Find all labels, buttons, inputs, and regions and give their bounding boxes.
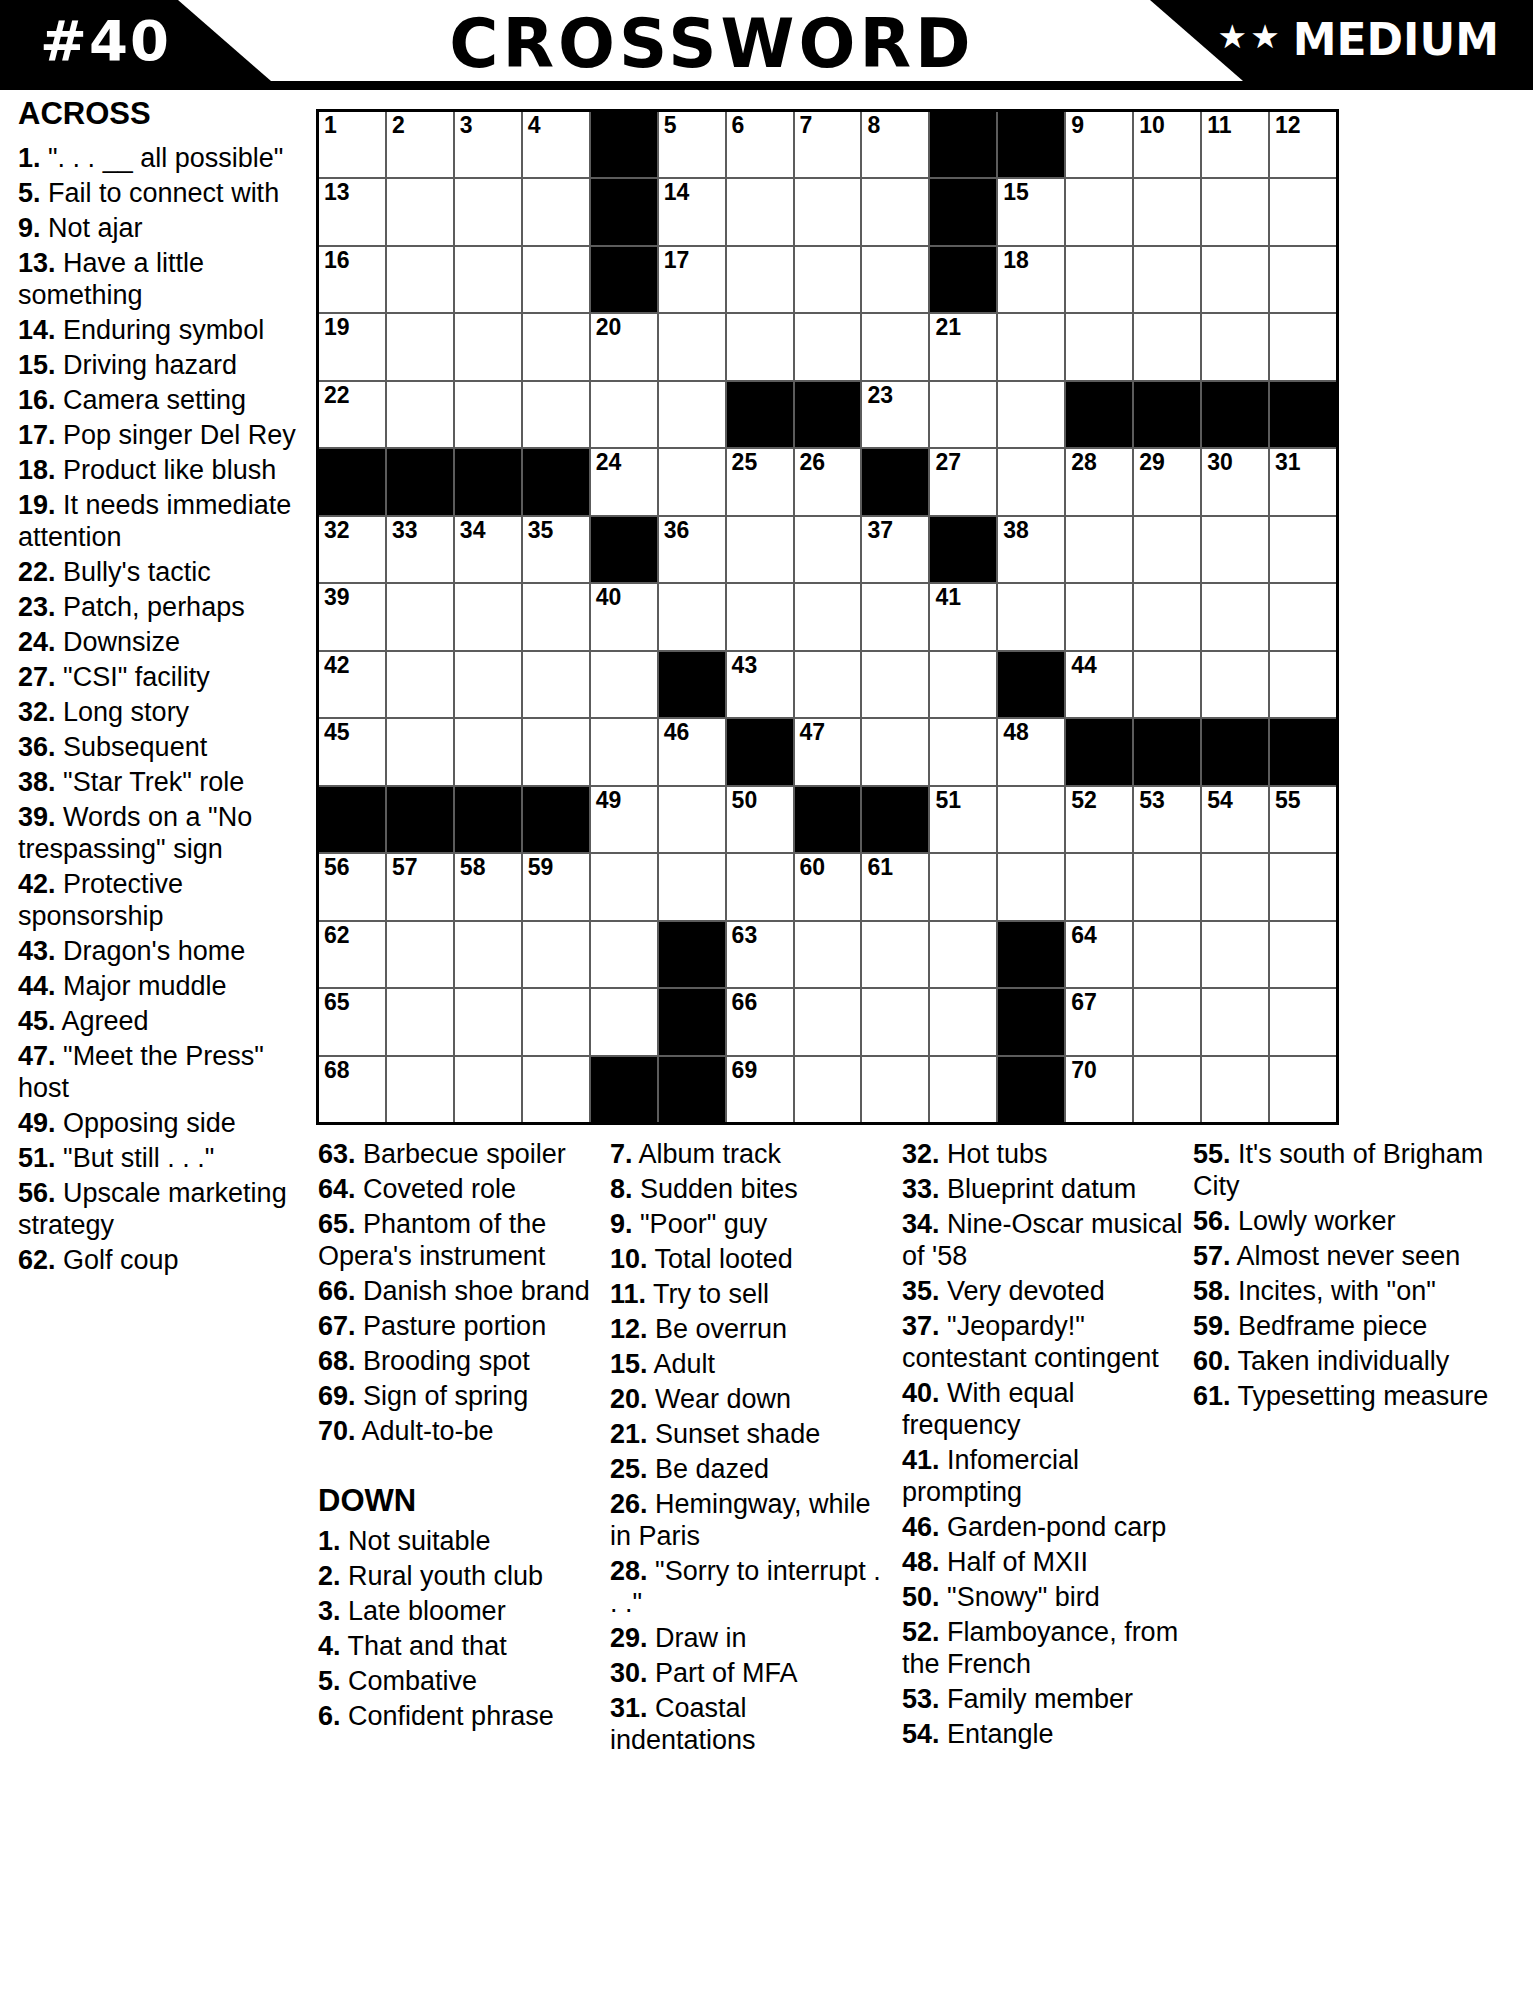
grid-cell-r7c3[interactable]: 34 bbox=[455, 517, 521, 582]
clue-across-43: 43. Dragon's home bbox=[18, 935, 313, 967]
black-cell-r1c5 bbox=[591, 112, 657, 177]
grid-cell-r14c1[interactable]: 65 bbox=[319, 989, 385, 1054]
grid-cell-r2c7[interactable] bbox=[727, 179, 793, 244]
grid-cell-r1c4[interactable]: 4 bbox=[523, 112, 589, 177]
grid-cell-r6c13[interactable]: 29 bbox=[1134, 449, 1200, 514]
grid-cell-r13c15[interactable] bbox=[1270, 922, 1336, 987]
grid-cell-r4c4[interactable] bbox=[523, 314, 589, 379]
grid-cell-r11c12[interactable]: 52 bbox=[1066, 787, 1132, 852]
grid-cell-r1c7[interactable]: 6 bbox=[727, 112, 793, 177]
cell-number-43: 43 bbox=[732, 653, 758, 678]
clue-number: 6. bbox=[318, 1701, 341, 1731]
grid-cell-r2c2[interactable] bbox=[387, 179, 453, 244]
grid-cell-r12c2[interactable]: 57 bbox=[387, 854, 453, 919]
cell-number-51: 51 bbox=[935, 788, 961, 813]
grid-cell-r8c5[interactable]: 40 bbox=[591, 584, 657, 649]
grid-cell-r10c9[interactable] bbox=[862, 719, 928, 784]
grid-cell-r7c7[interactable] bbox=[727, 517, 793, 582]
grid-cell-r14c15[interactable] bbox=[1270, 989, 1336, 1054]
grid-cell-r8c14[interactable] bbox=[1202, 584, 1268, 649]
clue-number: 70. bbox=[318, 1416, 356, 1446]
cell-number-66: 66 bbox=[732, 990, 758, 1015]
grid-cell-r6c7[interactable]: 25 bbox=[727, 449, 793, 514]
cell-number-59: 59 bbox=[528, 855, 554, 880]
grid-cell-r9c2[interactable] bbox=[387, 652, 453, 717]
clue-down-60: 60. Taken individually bbox=[1193, 1345, 1498, 1377]
grid-cell-r4c10[interactable]: 21 bbox=[930, 314, 996, 379]
black-cell-r7c5 bbox=[591, 517, 657, 582]
grid-cell-r1c14[interactable]: 11 bbox=[1202, 112, 1268, 177]
cell-number-9: 9 bbox=[1071, 113, 1084, 138]
grid-cell-r8c12[interactable] bbox=[1066, 584, 1132, 649]
grid-cell-r14c8[interactable] bbox=[795, 989, 861, 1054]
grid-cell-r1c13[interactable]: 10 bbox=[1134, 112, 1200, 177]
cell-number-49: 49 bbox=[596, 788, 622, 813]
clue-number: 36. bbox=[18, 732, 56, 762]
grid-cell-r13c8[interactable] bbox=[795, 922, 861, 987]
grid-cell-r2c8[interactable] bbox=[795, 179, 861, 244]
cell-number-8: 8 bbox=[867, 113, 880, 138]
grid-cell-r4c7[interactable] bbox=[727, 314, 793, 379]
grid-cell-r6c6[interactable] bbox=[659, 449, 725, 514]
clue-across-62: 62. Golf coup bbox=[18, 1244, 313, 1276]
grid-cell-r5c6[interactable] bbox=[659, 382, 725, 447]
black-cell-r10c15 bbox=[1270, 719, 1336, 784]
black-cell-r5c12 bbox=[1066, 382, 1132, 447]
black-cell-r6c9 bbox=[862, 449, 928, 514]
grid-cell-r14c14[interactable] bbox=[1202, 989, 1268, 1054]
grid-cell-r3c3[interactable] bbox=[455, 247, 521, 312]
grid-cell-r15c15[interactable] bbox=[1270, 1057, 1336, 1122]
black-cell-r11c1 bbox=[319, 787, 385, 852]
cell-number-7: 7 bbox=[800, 113, 813, 138]
cell-number-1: 1 bbox=[324, 113, 337, 138]
grid-cell-r9c10[interactable] bbox=[930, 652, 996, 717]
black-cell-r7c10 bbox=[930, 517, 996, 582]
grid-cell-r7c13[interactable] bbox=[1134, 517, 1200, 582]
grid-cell-r11c15[interactable]: 55 bbox=[1270, 787, 1336, 852]
grid-cell-r15c9[interactable] bbox=[862, 1057, 928, 1122]
grid-cell-r13c4[interactable] bbox=[523, 922, 589, 987]
grid-cell-r8c2[interactable] bbox=[387, 584, 453, 649]
clue-across-51: 51. "But still . . ." bbox=[18, 1142, 313, 1174]
grid-cell-r12c12[interactable] bbox=[1066, 854, 1132, 919]
cell-number-20: 20 bbox=[596, 315, 622, 340]
grid-cell-r7c14[interactable] bbox=[1202, 517, 1268, 582]
cell-number-10: 10 bbox=[1139, 113, 1165, 138]
clue-number: 56. bbox=[18, 1178, 56, 1208]
grid-cell-r7c12[interactable] bbox=[1066, 517, 1132, 582]
grid-cell-r6c12[interactable]: 28 bbox=[1066, 449, 1132, 514]
grid-cell-r15c14[interactable] bbox=[1202, 1057, 1268, 1122]
grid-cell-r9c4[interactable] bbox=[523, 652, 589, 717]
clue-across-39: 39. Words on a "No trespassing" sign bbox=[18, 801, 313, 865]
grid-cell-r6c15[interactable]: 31 bbox=[1270, 449, 1336, 514]
black-cell-r13c6 bbox=[659, 922, 725, 987]
clue-across-49: 49. Opposing side bbox=[18, 1107, 313, 1139]
grid-cell-r10c2[interactable] bbox=[387, 719, 453, 784]
cell-number-39: 39 bbox=[324, 585, 350, 610]
grid-cell-r10c6[interactable]: 46 bbox=[659, 719, 725, 784]
clue-across-42: 42. Protective sponsorship bbox=[18, 868, 313, 932]
cell-number-36: 36 bbox=[664, 518, 690, 543]
clue-across-47: 47. "Meet the Press" host bbox=[18, 1040, 313, 1104]
clue-number: 23. bbox=[18, 592, 56, 622]
grid-cell-r13c12[interactable]: 64 bbox=[1066, 922, 1132, 987]
black-cell-r6c2 bbox=[387, 449, 453, 514]
grid-cell-r1c1[interactable]: 1 bbox=[319, 112, 385, 177]
grid-cell-r12c1[interactable]: 56 bbox=[319, 854, 385, 919]
grid-cell-r12c6[interactable] bbox=[659, 854, 725, 919]
across-clue-list-bottom: 63. Barbecue spoiler64. Coveted role65. … bbox=[318, 1138, 604, 1447]
grid-cell-r4c6[interactable] bbox=[659, 314, 725, 379]
grid-cell-r3c13[interactable] bbox=[1134, 247, 1200, 312]
grid-cell-r14c9[interactable] bbox=[862, 989, 928, 1054]
grid-cell-r1c15[interactable]: 12 bbox=[1270, 112, 1336, 177]
grid-cell-r4c15[interactable] bbox=[1270, 314, 1336, 379]
grid-cell-r14c12[interactable]: 67 bbox=[1066, 989, 1132, 1054]
grid-cell-r5c4[interactable] bbox=[523, 382, 589, 447]
grid-cell-r2c3[interactable] bbox=[455, 179, 521, 244]
grid-cell-r15c13[interactable] bbox=[1134, 1057, 1200, 1122]
grid-cell-r11c7[interactable]: 50 bbox=[727, 787, 793, 852]
grid-cell-r12c7[interactable] bbox=[727, 854, 793, 919]
clue-number: 66. bbox=[318, 1276, 356, 1306]
grid-cell-r6c14[interactable]: 30 bbox=[1202, 449, 1268, 514]
grid-cell-r9c12[interactable]: 44 bbox=[1066, 652, 1132, 717]
clue-down-31: 31. Coastal indentations bbox=[610, 1692, 890, 1756]
black-cell-r13c11 bbox=[998, 922, 1064, 987]
grid-cell-r13c1[interactable]: 62 bbox=[319, 922, 385, 987]
clue-across-1: 1. ". . . __ all possible" bbox=[18, 142, 313, 174]
clue-across-63: 63. Barbecue spoiler bbox=[318, 1138, 604, 1170]
clue-down-15: 15. Adult bbox=[610, 1348, 890, 1380]
grid-cell-r1c12[interactable]: 9 bbox=[1066, 112, 1132, 177]
cell-number-30: 30 bbox=[1207, 450, 1233, 475]
clue-across-18: 18. Product like blush bbox=[18, 454, 313, 486]
black-cell-r2c10 bbox=[930, 179, 996, 244]
grid-cell-r8c13[interactable] bbox=[1134, 584, 1200, 649]
grid-cell-r15c10[interactable] bbox=[930, 1057, 996, 1122]
grid-cell-r14c5[interactable] bbox=[591, 989, 657, 1054]
grid-cell-r2c12[interactable] bbox=[1066, 179, 1132, 244]
cell-number-12: 12 bbox=[1275, 113, 1301, 138]
grid-cell-r10c10[interactable] bbox=[930, 719, 996, 784]
grid-cell-r14c2[interactable] bbox=[387, 989, 453, 1054]
cell-number-33: 33 bbox=[392, 518, 418, 543]
grid-cell-r11c13[interactable]: 53 bbox=[1134, 787, 1200, 852]
grid-cell-r6c8[interactable]: 26 bbox=[795, 449, 861, 514]
clue-number: 2. bbox=[318, 1561, 341, 1591]
difficulty-stars-icon: ★★ bbox=[1218, 17, 1283, 56]
grid-cell-r12c14[interactable] bbox=[1202, 854, 1268, 919]
grid-cell-r3c1[interactable]: 16 bbox=[319, 247, 385, 312]
black-cell-r3c5 bbox=[591, 247, 657, 312]
clue-across-5: 5. Fail to connect with bbox=[18, 177, 313, 209]
grid-cell-r3c11[interactable]: 18 bbox=[998, 247, 1064, 312]
clue-down-34: 34. Nine-Oscar musical of '58 bbox=[902, 1208, 1184, 1272]
grid-cell-r3c12[interactable] bbox=[1066, 247, 1132, 312]
grid-cell-r2c11[interactable]: 15 bbox=[998, 179, 1064, 244]
clue-down-21: 21. Sunset shade bbox=[610, 1418, 890, 1450]
clue-number: 46. bbox=[902, 1512, 940, 1542]
grid-cell-r2c9[interactable] bbox=[862, 179, 928, 244]
clue-number: 8. bbox=[610, 1174, 633, 1204]
cell-number-62: 62 bbox=[324, 923, 350, 948]
grid-cell-r12c10[interactable] bbox=[930, 854, 996, 919]
clue-number: 21. bbox=[610, 1419, 648, 1449]
clue-down-4: 4. That and that bbox=[318, 1630, 604, 1662]
grid-cell-r6c10[interactable]: 27 bbox=[930, 449, 996, 514]
grid-cell-r4c11[interactable] bbox=[998, 314, 1064, 379]
grid-cell-r10c5[interactable] bbox=[591, 719, 657, 784]
black-cell-r10c7 bbox=[727, 719, 793, 784]
clue-down-46: 46. Garden-pond carp bbox=[902, 1511, 1184, 1543]
grid-cell-r15c2[interactable] bbox=[387, 1057, 453, 1122]
grid-cell-r13c9[interactable] bbox=[862, 922, 928, 987]
grid-cell-r15c12[interactable]: 70 bbox=[1066, 1057, 1132, 1122]
grid-cell-r13c5[interactable] bbox=[591, 922, 657, 987]
grid-cell-r6c5[interactable]: 24 bbox=[591, 449, 657, 514]
cell-number-40: 40 bbox=[596, 585, 622, 610]
grid-cell-r2c1[interactable]: 13 bbox=[319, 179, 385, 244]
grid-cell-r14c4[interactable] bbox=[523, 989, 589, 1054]
grid-cell-r9c15[interactable] bbox=[1270, 652, 1336, 717]
clue-number: 41. bbox=[902, 1445, 940, 1475]
grid-cell-r9c3[interactable] bbox=[455, 652, 521, 717]
clue-number: 35. bbox=[902, 1276, 940, 1306]
grid-cell-r10c1[interactable]: 45 bbox=[319, 719, 385, 784]
grid-cell-r10c3[interactable] bbox=[455, 719, 521, 784]
grid-cell-r9c7[interactable]: 43 bbox=[727, 652, 793, 717]
cell-number-50: 50 bbox=[732, 788, 758, 813]
grid-cell-r3c9[interactable] bbox=[862, 247, 928, 312]
down-clue-list-1: 1. Not suitable2. Rural youth club3. Lat… bbox=[318, 1525, 604, 1732]
grid-cell-r8c6[interactable] bbox=[659, 584, 725, 649]
grid-cell-r10c4[interactable] bbox=[523, 719, 589, 784]
grid-cell-r4c14[interactable] bbox=[1202, 314, 1268, 379]
grid-cell-r5c1[interactable]: 22 bbox=[319, 382, 385, 447]
clue-across-44: 44. Major muddle bbox=[18, 970, 313, 1002]
grid-cell-r5c3[interactable] bbox=[455, 382, 521, 447]
grid-cell-r11c10[interactable]: 51 bbox=[930, 787, 996, 852]
grid-cell-r8c1[interactable]: 39 bbox=[319, 584, 385, 649]
cell-number-31: 31 bbox=[1275, 450, 1301, 475]
clue-number: 5. bbox=[18, 178, 41, 208]
grid-cell-r9c8[interactable] bbox=[795, 652, 861, 717]
grid-cell-r8c15[interactable] bbox=[1270, 584, 1336, 649]
grid-cell-r11c5[interactable]: 49 bbox=[591, 787, 657, 852]
grid-cell-r8c3[interactable] bbox=[455, 584, 521, 649]
clue-number: 33. bbox=[902, 1174, 940, 1204]
grid-cell-r12c11[interactable] bbox=[998, 854, 1064, 919]
grid-cell-r12c3[interactable]: 58 bbox=[455, 854, 521, 919]
cell-number-17: 17 bbox=[664, 248, 690, 273]
cell-number-34: 34 bbox=[460, 518, 486, 543]
black-cell-r9c6 bbox=[659, 652, 725, 717]
grid-cell-r9c14[interactable] bbox=[1202, 652, 1268, 717]
grid-cell-r7c11[interactable]: 38 bbox=[998, 517, 1064, 582]
grid-cell-r15c8[interactable] bbox=[795, 1057, 861, 1122]
clue-number: 50. bbox=[902, 1582, 940, 1612]
grid-cell-r12c13[interactable] bbox=[1134, 854, 1200, 919]
grid-cell-r15c3[interactable] bbox=[455, 1057, 521, 1122]
grid-cell-r9c5[interactable] bbox=[591, 652, 657, 717]
grid-cell-r15c4[interactable] bbox=[523, 1057, 589, 1122]
grid-cell-r13c7[interactable]: 63 bbox=[727, 922, 793, 987]
clue-across-56: 56. Upscale marketing strategy bbox=[18, 1177, 313, 1241]
grid-cell-r2c14[interactable] bbox=[1202, 179, 1268, 244]
grid-cell-r4c5[interactable]: 20 bbox=[591, 314, 657, 379]
grid-cell-r3c8[interactable] bbox=[795, 247, 861, 312]
grid-cell-r14c3[interactable] bbox=[455, 989, 521, 1054]
grid-cell-r10c11[interactable]: 48 bbox=[998, 719, 1064, 784]
clue-down-20: 20. Wear down bbox=[610, 1383, 890, 1415]
grid-cell-r2c4[interactable] bbox=[523, 179, 589, 244]
grid-cell-r8c9[interactable] bbox=[862, 584, 928, 649]
grid-cell-r5c5[interactable] bbox=[591, 382, 657, 447]
grid-cell-r11c14[interactable]: 54 bbox=[1202, 787, 1268, 852]
grid-cell-r8c4[interactable] bbox=[523, 584, 589, 649]
grid-cell-r1c8[interactable]: 7 bbox=[795, 112, 861, 177]
clue-number: 19. bbox=[18, 490, 56, 520]
grid-cell-r7c4[interactable]: 35 bbox=[523, 517, 589, 582]
clue-number: 4. bbox=[318, 1631, 341, 1661]
grid-cell-r1c9[interactable]: 8 bbox=[862, 112, 928, 177]
clue-number: 29. bbox=[610, 1623, 648, 1653]
grid-cell-r7c6[interactable]: 36 bbox=[659, 517, 725, 582]
grid-cell-r14c13[interactable] bbox=[1134, 989, 1200, 1054]
grid-cell-r8c11[interactable] bbox=[998, 584, 1064, 649]
grid-cell-r12c4[interactable]: 59 bbox=[523, 854, 589, 919]
grid-cell-r12c15[interactable] bbox=[1270, 854, 1336, 919]
grid-cell-r13c13[interactable] bbox=[1134, 922, 1200, 987]
grid-cell-r3c7[interactable] bbox=[727, 247, 793, 312]
grid-cell-r13c3[interactable] bbox=[455, 922, 521, 987]
grid-cell-r10c8[interactable]: 47 bbox=[795, 719, 861, 784]
grid-cell-r1c2[interactable]: 2 bbox=[387, 112, 453, 177]
difficulty-badge: ★★MEDIUM bbox=[1218, 14, 1499, 65]
clue-number: 13. bbox=[18, 248, 56, 278]
cell-number-53: 53 bbox=[1139, 788, 1165, 813]
grid-cell-r4c13[interactable] bbox=[1134, 314, 1200, 379]
grid-cell-r3c15[interactable] bbox=[1270, 247, 1336, 312]
grid-cell-r2c6[interactable]: 14 bbox=[659, 179, 725, 244]
grid-cell-r2c13[interactable] bbox=[1134, 179, 1200, 244]
grid-cell-r11c6[interactable] bbox=[659, 787, 725, 852]
black-cell-r9c11 bbox=[998, 652, 1064, 717]
grid-cell-r12c9[interactable]: 61 bbox=[862, 854, 928, 919]
cell-number-35: 35 bbox=[528, 518, 554, 543]
black-cell-r6c3 bbox=[455, 449, 521, 514]
grid-cell-r12c8[interactable]: 60 bbox=[795, 854, 861, 919]
grid-cell-r4c3[interactable] bbox=[455, 314, 521, 379]
clue-number: 38. bbox=[18, 767, 56, 797]
grid-cell-r8c7[interactable] bbox=[727, 584, 793, 649]
cell-number-28: 28 bbox=[1071, 450, 1097, 475]
grid-cell-r7c9[interactable]: 37 bbox=[862, 517, 928, 582]
grid-cell-r2c15[interactable] bbox=[1270, 179, 1336, 244]
clue-number: 15. bbox=[18, 350, 56, 380]
grid-cell-r3c4[interactable] bbox=[523, 247, 589, 312]
grid-cell-r13c14[interactable] bbox=[1202, 922, 1268, 987]
clue-down-8: 8. Sudden bites bbox=[610, 1173, 890, 1205]
clue-across-69: 69. Sign of spring bbox=[318, 1380, 604, 1412]
grid-cell-r4c2[interactable] bbox=[387, 314, 453, 379]
black-cell-r1c11 bbox=[998, 112, 1064, 177]
grid-cell-r6c11[interactable] bbox=[998, 449, 1064, 514]
clue-down-9: 9. "Poor" guy bbox=[610, 1208, 890, 1240]
grid-cell-r4c1[interactable]: 19 bbox=[319, 314, 385, 379]
grid-cell-r4c12[interactable] bbox=[1066, 314, 1132, 379]
grid-cell-r12c5[interactable] bbox=[591, 854, 657, 919]
grid-cell-r7c8[interactable] bbox=[795, 517, 861, 582]
grid-cell-r11c11[interactable] bbox=[998, 787, 1064, 852]
black-cell-r5c15 bbox=[1270, 382, 1336, 447]
grid-cell-r5c9[interactable]: 23 bbox=[862, 382, 928, 447]
clue-number: 51. bbox=[18, 1143, 56, 1173]
grid-cell-r1c3[interactable]: 3 bbox=[455, 112, 521, 177]
grid-cell-r5c2[interactable] bbox=[387, 382, 453, 447]
black-cell-r11c2 bbox=[387, 787, 453, 852]
clue-number: 39. bbox=[18, 802, 56, 832]
clue-number: 56. bbox=[1193, 1206, 1231, 1236]
clue-down-48: 48. Half of MXII bbox=[902, 1546, 1184, 1578]
clue-down-10: 10. Total looted bbox=[610, 1243, 890, 1275]
clue-number: 31. bbox=[610, 1693, 648, 1723]
grid-cell-r14c7[interactable]: 66 bbox=[727, 989, 793, 1054]
clue-number: 58. bbox=[1193, 1276, 1231, 1306]
grid-cell-r5c11[interactable] bbox=[998, 382, 1064, 447]
grid-cell-r15c1[interactable]: 68 bbox=[319, 1057, 385, 1122]
clue-down-2: 2. Rural youth club bbox=[318, 1560, 604, 1592]
grid-cell-r1c6[interactable]: 5 bbox=[659, 112, 725, 177]
grid-cell-r9c13[interactable] bbox=[1134, 652, 1200, 717]
cell-number-32: 32 bbox=[324, 518, 350, 543]
down-header: DOWN bbox=[318, 1485, 604, 1517]
clue-down-32: 32. Hot tubs bbox=[902, 1138, 1184, 1170]
grid-cell-r13c10[interactable] bbox=[930, 922, 996, 987]
grid-cell-r8c10[interactable]: 41 bbox=[930, 584, 996, 649]
grid-cell-r9c1[interactable]: 42 bbox=[319, 652, 385, 717]
clue-down-1: 1. Not suitable bbox=[318, 1525, 604, 1557]
cell-number-42: 42 bbox=[324, 653, 350, 678]
grid-cell-r13c2[interactable] bbox=[387, 922, 453, 987]
clue-number: 34. bbox=[902, 1209, 940, 1239]
grid-cell-r5c10[interactable] bbox=[930, 382, 996, 447]
grid-cell-r7c2[interactable]: 33 bbox=[387, 517, 453, 582]
grid-cell-r14c10[interactable] bbox=[930, 989, 996, 1054]
grid-cell-r3c14[interactable] bbox=[1202, 247, 1268, 312]
grid-cell-r3c6[interactable]: 17 bbox=[659, 247, 725, 312]
grid-cell-r7c1[interactable]: 32 bbox=[319, 517, 385, 582]
down-clue-list-4: 55. It's south of Brigham City56. Lowly … bbox=[1193, 1138, 1498, 1412]
black-cell-r6c1 bbox=[319, 449, 385, 514]
grid-cell-r4c8[interactable] bbox=[795, 314, 861, 379]
grid-cell-r4c9[interactable] bbox=[862, 314, 928, 379]
header-banner: #40 CROSSWORD ★★MEDIUM bbox=[0, 0, 1533, 90]
grid-cell-r8c8[interactable] bbox=[795, 584, 861, 649]
grid-cell-r7c15[interactable] bbox=[1270, 517, 1336, 582]
grid-cell-r3c2[interactable] bbox=[387, 247, 453, 312]
clue-across-32: 32. Long story bbox=[18, 696, 313, 728]
grid-cell-r15c7[interactable]: 69 bbox=[727, 1057, 793, 1122]
cell-number-37: 37 bbox=[867, 518, 893, 543]
grid-cell-r9c9[interactable] bbox=[862, 652, 928, 717]
clue-number: 49. bbox=[18, 1108, 56, 1138]
clue-down-57: 57. Almost never seen bbox=[1193, 1240, 1498, 1272]
cell-number-41: 41 bbox=[935, 585, 961, 610]
